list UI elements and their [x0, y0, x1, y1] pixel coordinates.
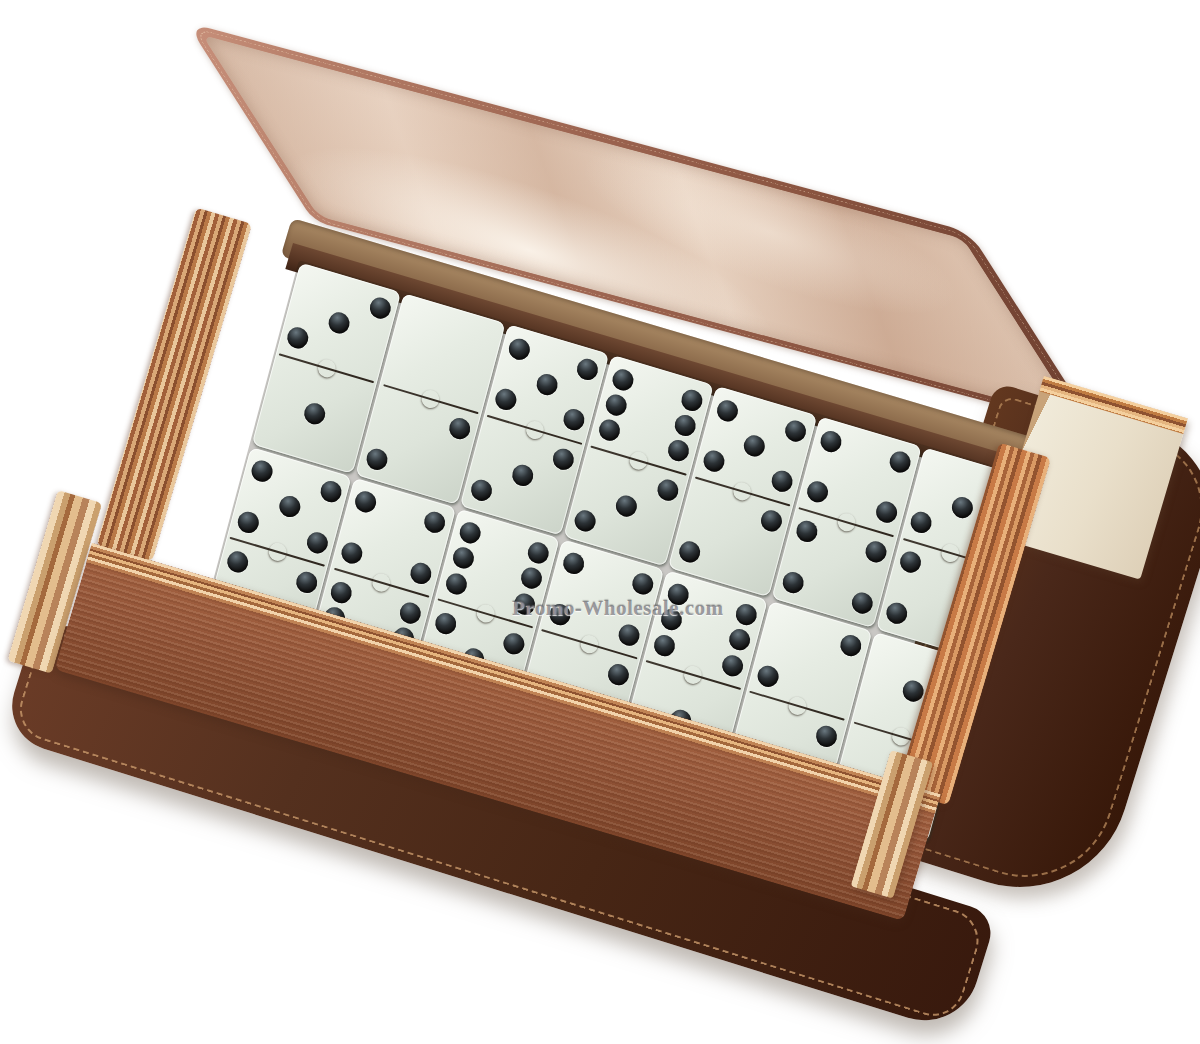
- pip: [506, 336, 532, 362]
- pip: [562, 407, 588, 433]
- pip: [770, 468, 796, 494]
- pip: [950, 494, 976, 520]
- pip: [676, 539, 702, 565]
- pip: [519, 565, 545, 591]
- pip: [783, 418, 809, 444]
- pip: [469, 477, 495, 503]
- pip: [318, 478, 344, 504]
- pip: [493, 386, 519, 412]
- pip: [329, 579, 355, 605]
- pip: [597, 417, 623, 443]
- pip: [502, 631, 528, 657]
- pip: [813, 723, 839, 749]
- pip: [422, 509, 448, 535]
- watermark-text: Promo-Wholesale.com: [512, 596, 723, 621]
- pip: [666, 438, 692, 464]
- pip: [443, 570, 469, 596]
- pip: [447, 416, 473, 442]
- pip: [734, 602, 760, 628]
- pip: [526, 540, 552, 566]
- pip: [874, 499, 900, 525]
- pip: [285, 325, 311, 351]
- pip: [249, 458, 275, 484]
- pip: [720, 652, 746, 678]
- pip: [367, 294, 393, 320]
- pip: [655, 477, 681, 503]
- pip: [630, 571, 656, 597]
- pip: [294, 569, 320, 595]
- pip: [714, 397, 740, 423]
- pip: [573, 508, 599, 534]
- pip: [755, 663, 781, 689]
- pip: [433, 610, 459, 636]
- pip: [838, 632, 864, 658]
- pip: [450, 545, 476, 571]
- pip: [604, 392, 630, 418]
- pip: [614, 493, 640, 519]
- pip: [805, 479, 831, 505]
- pip: [277, 494, 303, 520]
- pip: [759, 508, 785, 534]
- tray-left-wall-edge: [96, 208, 252, 562]
- pip: [794, 519, 820, 545]
- pip: [398, 600, 424, 626]
- pip: [616, 622, 642, 648]
- pip: [408, 560, 434, 586]
- pip: [818, 428, 844, 454]
- pip: [225, 549, 251, 575]
- pip: [326, 310, 352, 336]
- pip: [457, 520, 483, 546]
- pip: [863, 539, 889, 565]
- pip: [651, 632, 677, 658]
- pip: [339, 540, 365, 566]
- pip: [679, 387, 705, 413]
- pip: [510, 462, 536, 488]
- pip: [575, 356, 601, 382]
- pip: [849, 590, 875, 616]
- pip: [561, 550, 587, 576]
- pip: [898, 549, 924, 575]
- pip: [780, 569, 806, 595]
- pip: [302, 400, 328, 426]
- pip: [365, 446, 391, 472]
- pip: [672, 412, 698, 438]
- pip: [727, 627, 753, 653]
- pip: [884, 600, 910, 626]
- pip: [606, 661, 632, 687]
- pip: [353, 489, 379, 515]
- pip: [551, 447, 577, 473]
- pip: [887, 448, 913, 474]
- pip: [534, 371, 560, 397]
- pip: [742, 433, 768, 459]
- pip: [909, 510, 935, 536]
- pip: [610, 366, 636, 392]
- pip: [236, 509, 262, 535]
- pip: [701, 448, 727, 474]
- pip: [304, 529, 330, 555]
